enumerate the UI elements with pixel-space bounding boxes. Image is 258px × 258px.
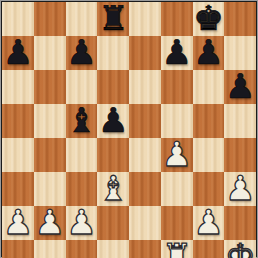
square-d2[interactable] [97,206,129,240]
piece-black-rook: ♜ [98,1,128,35]
square-b3[interactable] [34,172,66,206]
square-e5[interactable] [129,104,161,138]
square-b1[interactable] [34,240,66,258]
square-c6[interactable] [66,70,98,104]
piece-white-pawn: ♟ [161,137,191,171]
square-d7[interactable] [97,36,129,70]
square-a5[interactable] [2,104,34,138]
square-c3[interactable] [66,172,98,206]
piece-black-pawn: ♟ [66,35,96,69]
square-d3[interactable]: ♝ [97,172,129,206]
square-b2[interactable]: ♟ [34,206,66,240]
square-h2[interactable] [224,206,256,240]
piece-black-pawn: ♟ [161,35,191,69]
piece-black-pawn: ♟ [3,35,33,69]
square-h1[interactable]: ♚ [224,240,256,258]
piece-white-pawn: ♟ [3,205,33,239]
square-h6[interactable]: ♟ [224,70,256,104]
square-h3[interactable]: ♟ [224,172,256,206]
square-a3[interactable] [2,172,34,206]
square-g1[interactable] [193,240,225,258]
square-d5[interactable]: ♟ [97,104,129,138]
square-c4[interactable] [66,138,98,172]
square-h4[interactable] [224,138,256,172]
square-e6[interactable] [129,70,161,104]
square-e3[interactable] [129,172,161,206]
square-g5[interactable] [193,104,225,138]
square-d6[interactable] [97,70,129,104]
square-b5[interactable] [34,104,66,138]
square-a6[interactable] [2,70,34,104]
square-f1[interactable]: ♜ [161,240,193,258]
square-a1[interactable] [2,240,34,258]
square-a2[interactable]: ♟ [2,206,34,240]
square-e2[interactable] [129,206,161,240]
square-g6[interactable] [193,70,225,104]
square-e4[interactable] [129,138,161,172]
piece-black-king: ♚ [193,1,223,35]
piece-white-pawn: ♟ [193,205,223,239]
square-b6[interactable] [34,70,66,104]
square-b8[interactable] [34,2,66,36]
square-f8[interactable] [161,2,193,36]
square-d4[interactable] [97,138,129,172]
square-g4[interactable] [193,138,225,172]
piece-white-pawn: ♟ [34,205,64,239]
square-c2[interactable]: ♟ [66,206,98,240]
square-h7[interactable] [224,36,256,70]
square-c5[interactable]: ♝ [66,104,98,138]
square-g2[interactable]: ♟ [193,206,225,240]
square-f3[interactable] [161,172,193,206]
square-c8[interactable] [66,2,98,36]
piece-white-king: ♚ [225,239,255,258]
piece-white-rook: ♜ [161,239,191,258]
square-a4[interactable] [2,138,34,172]
square-e7[interactable] [129,36,161,70]
screenshot-stage: ♜♚♟♟♟♟♟♝♟♟♝♟♟♟♟♟♜♚ [0,0,258,258]
piece-black-pawn: ♟ [193,35,223,69]
piece-white-pawn: ♟ [225,171,255,205]
square-f7[interactable]: ♟ [161,36,193,70]
square-h8[interactable] [224,2,256,36]
piece-white-pawn: ♟ [66,205,96,239]
square-a8[interactable] [2,2,34,36]
square-b4[interactable] [34,138,66,172]
chess-board: ♜♚♟♟♟♟♟♝♟♟♝♟♟♟♟♟♜♚ [0,0,258,258]
square-f5[interactable] [161,104,193,138]
piece-white-bishop: ♝ [98,171,128,205]
piece-black-pawn: ♟ [98,103,128,137]
piece-black-pawn: ♟ [225,69,255,103]
square-f2[interactable] [161,206,193,240]
square-h5[interactable] [224,104,256,138]
square-c1[interactable] [66,240,98,258]
square-g7[interactable]: ♟ [193,36,225,70]
square-d1[interactable] [97,240,129,258]
square-e1[interactable] [129,240,161,258]
square-a7[interactable]: ♟ [2,36,34,70]
square-f4[interactable]: ♟ [161,138,193,172]
square-b7[interactable] [34,36,66,70]
square-d8[interactable]: ♜ [97,2,129,36]
square-g8[interactable]: ♚ [193,2,225,36]
piece-black-bishop: ♝ [66,103,96,137]
square-f6[interactable] [161,70,193,104]
square-c7[interactable]: ♟ [66,36,98,70]
square-e8[interactable] [129,2,161,36]
square-g3[interactable] [193,172,225,206]
